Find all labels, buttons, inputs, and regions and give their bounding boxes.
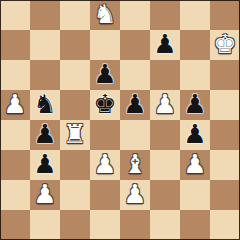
square-a6[interactable] — [0, 60, 30, 90]
square-b4[interactable]: ♟ — [30, 120, 60, 150]
square-d7[interactable] — [90, 30, 120, 60]
square-e8[interactable] — [120, 0, 150, 30]
square-g7[interactable] — [180, 30, 210, 60]
square-a2[interactable] — [0, 180, 30, 210]
black-pawn-g4[interactable]: ♟ — [183, 121, 206, 147]
square-e4[interactable] — [120, 120, 150, 150]
square-b5[interactable]: ♞ — [30, 90, 60, 120]
square-c3[interactable] — [60, 150, 90, 180]
black-pawn-b4[interactable]: ♟ — [33, 121, 56, 147]
black-pawn-e5[interactable]: ♟ — [123, 91, 146, 117]
square-d3[interactable]: ♟ — [90, 150, 120, 180]
square-e7[interactable] — [120, 30, 150, 60]
square-b6[interactable] — [30, 60, 60, 90]
black-pawn-f7[interactable]: ♟ — [153, 31, 176, 57]
square-d1[interactable] — [90, 210, 120, 240]
square-d5[interactable]: ♚ — [90, 90, 120, 120]
square-f8[interactable] — [150, 0, 180, 30]
square-a8[interactable] — [0, 0, 30, 30]
square-c1[interactable] — [60, 210, 90, 240]
square-a3[interactable] — [0, 150, 30, 180]
square-g8[interactable] — [180, 0, 210, 30]
square-c2[interactable] — [60, 180, 90, 210]
square-a1[interactable] — [0, 210, 30, 240]
black-pawn-b3[interactable]: ♟ — [33, 151, 56, 177]
square-b2[interactable]: ♟ — [30, 180, 60, 210]
square-b3[interactable]: ♟ — [30, 150, 60, 180]
square-c8[interactable] — [60, 0, 90, 30]
square-h4[interactable] — [210, 120, 240, 150]
square-f1[interactable] — [150, 210, 180, 240]
square-g5[interactable]: ♟ — [180, 90, 210, 120]
square-d2[interactable] — [90, 180, 120, 210]
white-pawn-g3[interactable]: ♟ — [183, 151, 206, 177]
square-e1[interactable] — [120, 210, 150, 240]
black-king-d5[interactable]: ♚ — [93, 91, 116, 117]
square-f6[interactable] — [150, 60, 180, 90]
square-d4[interactable] — [90, 120, 120, 150]
square-h3[interactable] — [210, 150, 240, 180]
white-pawn-a5[interactable]: ♟ — [3, 91, 26, 117]
square-h1[interactable] — [210, 210, 240, 240]
square-g6[interactable] — [180, 60, 210, 90]
square-f7[interactable]: ♟ — [150, 30, 180, 60]
black-knight-b5[interactable]: ♞ — [33, 91, 56, 117]
square-b7[interactable] — [30, 30, 60, 60]
square-a5[interactable]: ♟ — [0, 90, 30, 120]
black-pawn-g5[interactable]: ♟ — [183, 91, 206, 117]
white-knight-d8[interactable]: ♞ — [93, 1, 116, 27]
square-b8[interactable] — [30, 0, 60, 30]
square-h8[interactable] — [210, 0, 240, 30]
square-c6[interactable] — [60, 60, 90, 90]
square-h6[interactable] — [210, 60, 240, 90]
square-c7[interactable] — [60, 30, 90, 60]
square-c5[interactable] — [60, 90, 90, 120]
black-pawn-d6[interactable]: ♟ — [93, 61, 116, 87]
white-pawn-e2[interactable]: ♟ — [123, 181, 146, 207]
square-a7[interactable] — [0, 30, 30, 60]
square-f2[interactable] — [150, 180, 180, 210]
square-e3[interactable]: ♝ — [120, 150, 150, 180]
square-d8[interactable]: ♞ — [90, 0, 120, 30]
square-f5[interactable]: ♟ — [150, 90, 180, 120]
chess-board: ♞♟♚♟♟♞♚♟♟♟♟♜♟♟♟♝♟♟♟ — [0, 0, 240, 240]
square-h5[interactable] — [210, 90, 240, 120]
white-pawn-f5[interactable]: ♟ — [153, 91, 176, 117]
square-b1[interactable] — [30, 210, 60, 240]
square-g2[interactable] — [180, 180, 210, 210]
square-d6[interactable]: ♟ — [90, 60, 120, 90]
square-h2[interactable] — [210, 180, 240, 210]
square-e5[interactable]: ♟ — [120, 90, 150, 120]
square-h7[interactable]: ♚ — [210, 30, 240, 60]
square-c4[interactable]: ♜ — [60, 120, 90, 150]
white-pawn-b2[interactable]: ♟ — [33, 181, 56, 207]
square-f4[interactable] — [150, 120, 180, 150]
white-pawn-d3[interactable]: ♟ — [93, 151, 116, 177]
square-f3[interactable] — [150, 150, 180, 180]
square-e6[interactable] — [120, 60, 150, 90]
white-bishop-e3[interactable]: ♝ — [123, 151, 146, 177]
square-g4[interactable]: ♟ — [180, 120, 210, 150]
square-a4[interactable] — [0, 120, 30, 150]
square-g1[interactable] — [180, 210, 210, 240]
square-g3[interactable]: ♟ — [180, 150, 210, 180]
square-e2[interactable]: ♟ — [120, 180, 150, 210]
white-king-h7[interactable]: ♚ — [213, 31, 236, 57]
white-rook-c4[interactable]: ♜ — [63, 121, 86, 147]
